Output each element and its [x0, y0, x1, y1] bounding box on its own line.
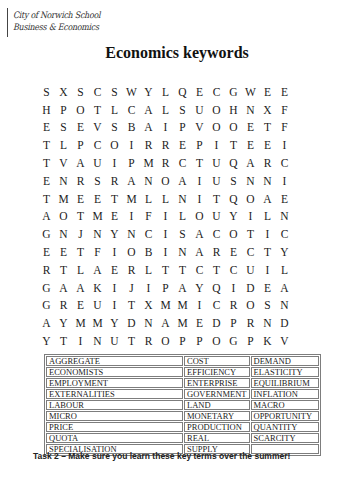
- grid-cell-r9c7: C: [140, 225, 157, 243]
- grid-cell-r8c11: U: [208, 208, 225, 226]
- grid-cell-r1c8: L: [157, 83, 174, 101]
- grid-cell-r7c10: I: [191, 190, 208, 208]
- words-table: AGGREGATECOSTDEMANDECONOMISTSEFFICIENCYE…: [44, 354, 321, 456]
- grid-cell-r15c8: O: [157, 332, 174, 350]
- grid-cell-r1c12: G: [225, 83, 242, 101]
- grid-cell-r10c3: T: [72, 243, 89, 261]
- grid-cell-r10c2: E: [55, 243, 72, 261]
- word-cell: LAND: [184, 400, 250, 410]
- grid-cell-r10c8: I: [157, 243, 174, 261]
- grid-cell-r5c7: M: [140, 154, 157, 172]
- grid-cell-r2c3: O: [72, 101, 89, 119]
- grid-cell-r1c7: Y: [140, 83, 157, 101]
- grid-cell-r9c3: J: [72, 225, 89, 243]
- grid-cell-r9c10: A: [191, 225, 208, 243]
- grid-cell-r4c15: I: [276, 136, 293, 154]
- grid-cell-r13c9: M: [174, 297, 191, 315]
- grid-cell-r13c13: O: [242, 297, 259, 315]
- grid-cell-r8c12: Y: [225, 208, 242, 226]
- grid-cell-r12c13: D: [242, 279, 259, 297]
- grid-cell-r10c5: I: [106, 243, 123, 261]
- grid-cell-r11c11: T: [208, 261, 225, 279]
- grid-cell-r13c5: I: [106, 297, 123, 315]
- grid-cell-r9c13: T: [242, 225, 259, 243]
- grid-cell-r5c13: A: [242, 154, 259, 172]
- grid-cell-r2c11: O: [208, 101, 225, 119]
- grid-cell-r14c7: N: [140, 314, 157, 332]
- word-cell: COST: [184, 356, 250, 366]
- grid-cell-r11c12: C: [225, 261, 242, 279]
- grid-cell-r6c10: I: [191, 172, 208, 190]
- grid-cell-r11c14: I: [259, 261, 276, 279]
- grid-cell-r12c14: E: [259, 279, 276, 297]
- grid-cell-r7c3: E: [72, 190, 89, 208]
- grid-cell-r1c2: X: [55, 83, 72, 101]
- grid-cell-r3c3: E: [72, 119, 89, 137]
- word-cell: LABOUR: [46, 400, 183, 410]
- grid-cell-r5c12: Q: [225, 154, 242, 172]
- grid-cell-r6c3: R: [72, 172, 89, 190]
- grid-cell-r15c13: P: [242, 332, 259, 350]
- grid-cell-r4c2: L: [55, 136, 72, 154]
- word-row: ECONOMISTSEFFICIENCYELASTICITY: [46, 367, 319, 377]
- word-cell: ECONOMISTS: [46, 367, 183, 377]
- grid-cell-r7c15: E: [276, 190, 293, 208]
- grid-cell-r12c2: A: [55, 279, 72, 297]
- grid-cell-r1c13: W: [242, 83, 259, 101]
- grid-cell-r15c14: K: [259, 332, 276, 350]
- grid-cell-r7c9: N: [174, 190, 191, 208]
- grid-cell-r6c13: N: [242, 172, 259, 190]
- grid-cell-r2c9: S: [174, 101, 191, 119]
- word-cell: PRICE: [46, 422, 183, 432]
- grid-cell-r8c10: O: [191, 208, 208, 226]
- grid-cell-r3c15: F: [276, 119, 293, 137]
- grid-cell-r7c5: T: [106, 190, 123, 208]
- grid-cell-r3c12: O: [225, 119, 242, 137]
- grid-cell-r4c3: P: [72, 136, 89, 154]
- grid-cell-r4c10: P: [191, 136, 208, 154]
- word-row: PRICEPRODUCTIONQUANTITY: [46, 422, 319, 432]
- grid-cell-r4c12: T: [225, 136, 242, 154]
- grid-cell-r15c4: N: [89, 332, 106, 350]
- grid-cell-r4c6: I: [123, 136, 140, 154]
- grid-cell-r13c3: E: [72, 297, 89, 315]
- grid-cell-r6c12: S: [225, 172, 242, 190]
- grid-cell-r11c6: R: [123, 261, 140, 279]
- grid-cell-r8c8: I: [157, 208, 174, 226]
- grid-cell-r5c10: T: [191, 154, 208, 172]
- grid-cell-r10c1: E: [38, 243, 55, 261]
- word-cell: OPPORTUNITY: [251, 411, 319, 421]
- word-cell: DEMAND: [251, 356, 319, 366]
- grid-cell-r9c15: C: [276, 225, 293, 243]
- word-row: QUOTAREALSCARCITY: [46, 433, 319, 443]
- word-cell: AGGREGATE: [46, 356, 183, 366]
- word-row: EMPLOYMENTENTERPRISEEQUILIBRIUM: [46, 378, 319, 388]
- word-cell: SCARCITY: [251, 433, 319, 443]
- grid-cell-r12c11: Q: [208, 279, 225, 297]
- logo-line-2: Business & Economics: [13, 21, 100, 33]
- grid-cell-r3c1: E: [38, 119, 55, 137]
- grid-cell-r14c9: M: [174, 314, 191, 332]
- grid-cell-r14c8: A: [157, 314, 174, 332]
- grid-cell-r5c1: T: [38, 154, 55, 172]
- grid-cell-r2c5: L: [106, 101, 123, 119]
- grid-cell-r14c4: M: [89, 314, 106, 332]
- grid-cell-r6c6: A: [123, 172, 140, 190]
- word-row: MICROMONETARYOPPORTUNITY: [46, 411, 319, 421]
- grid-cell-r6c5: R: [106, 172, 123, 190]
- grid-cell-r12c7: I: [140, 279, 157, 297]
- word-cell: GOVERNMENT: [184, 389, 250, 399]
- grid-cell-r13c15: N: [276, 297, 293, 315]
- word-row: EXTERNALITIESGOVERNMENTINFLATION: [46, 389, 319, 399]
- grid-cell-r3c2: S: [55, 119, 72, 137]
- word-cell: PRODUCTION: [184, 422, 250, 432]
- grid-cell-r8c14: L: [259, 208, 276, 226]
- grid-cell-r8c2: O: [55, 208, 72, 226]
- grid-cell-r10c4: F: [89, 243, 106, 261]
- grid-cell-r4c1: T: [38, 136, 55, 154]
- grid-cell-r7c12: Q: [225, 190, 242, 208]
- grid-cell-r15c3: I: [72, 332, 89, 350]
- grid-cell-r2c7: A: [140, 101, 157, 119]
- grid-cell-r14c14: N: [259, 314, 276, 332]
- grid-cell-r14c10: E: [191, 314, 208, 332]
- grid-cell-r5c14: R: [259, 154, 276, 172]
- grid-cell-r7c14: A: [259, 190, 276, 208]
- grid-cell-r9c4: N: [89, 225, 106, 243]
- grid-cell-r11c1: R: [38, 261, 55, 279]
- grid-cell-r10c6: O: [123, 243, 140, 261]
- grid-cell-r8c3: T: [72, 208, 89, 226]
- word-cell: ELASTICITY: [251, 367, 319, 377]
- logo-line-1: City of Norwich School: [13, 9, 100, 21]
- grid-cell-r7c7: L: [140, 190, 157, 208]
- grid-cell-r7c8: L: [157, 190, 174, 208]
- grid-cell-r5c5: I: [106, 154, 123, 172]
- grid-cell-r9c14: I: [259, 225, 276, 243]
- grid-cell-r11c13: U: [242, 261, 259, 279]
- grid-cell-r9c11: C: [208, 225, 225, 243]
- grid-cell-r15c9: P: [174, 332, 191, 350]
- grid-cell-r11c15: L: [276, 261, 293, 279]
- grid-cell-r13c14: S: [259, 297, 276, 315]
- grid-cell-r4c5: O: [106, 136, 123, 154]
- grid-cell-r15c7: R: [140, 332, 157, 350]
- grid-cell-r14c2: Y: [55, 314, 72, 332]
- grid-cell-r4c9: E: [174, 136, 191, 154]
- grid-cell-r9c1: G: [38, 225, 55, 243]
- grid-cell-r9c6: N: [123, 225, 140, 243]
- grid-cell-r8c5: E: [106, 208, 123, 226]
- grid-cell-r11c8: T: [157, 261, 174, 279]
- grid-cell-r4c7: R: [140, 136, 157, 154]
- word-cell: QUOTA: [46, 433, 183, 443]
- grid-cell-r13c11: C: [208, 297, 225, 315]
- grid-cell-r7c2: M: [55, 190, 72, 208]
- grid-cell-r9c5: Y: [106, 225, 123, 243]
- grid-cell-r6c7: N: [140, 172, 157, 190]
- grid-cell-r5c15: C: [276, 154, 293, 172]
- grid-cell-r15c15: V: [276, 332, 293, 350]
- grid-cell-r3c10: V: [191, 119, 208, 137]
- grid-cell-r1c3: S: [72, 83, 89, 101]
- grid-cell-r1c6: W: [123, 83, 140, 101]
- grid-cell-r2c6: C: [123, 101, 140, 119]
- grid-cell-r12c12: I: [225, 279, 242, 297]
- grid-cell-r8c7: F: [140, 208, 157, 226]
- grid-cell-r14c1: A: [38, 314, 55, 332]
- grid-cell-r3c7: A: [140, 119, 157, 137]
- grid-cell-r12c5: I: [106, 279, 123, 297]
- grid-cell-r12c3: A: [72, 279, 89, 297]
- grid-cell-r2c1: H: [38, 101, 55, 119]
- word-row: LABOURLANDMACRO: [46, 400, 319, 410]
- grid-cell-r5c3: A: [72, 154, 89, 172]
- grid-cell-r11c2: T: [55, 261, 72, 279]
- grid-cell-r14c15: D: [276, 314, 293, 332]
- word-cell: EXTERNALITIES: [46, 389, 183, 399]
- grid-cell-r14c3: M: [72, 314, 89, 332]
- grid-cell-r4c13: E: [242, 136, 259, 154]
- grid-cell-r10c7: B: [140, 243, 157, 261]
- grid-cell-r3c4: V: [89, 119, 106, 137]
- grid-cell-r13c4: U: [89, 297, 106, 315]
- grid-cell-r14c5: Y: [106, 314, 123, 332]
- grid-cell-r10c13: C: [242, 243, 259, 261]
- grid-cell-r11c3: L: [72, 261, 89, 279]
- grid-cell-r15c12: G: [225, 332, 242, 350]
- grid-cell-r9c2: N: [55, 225, 72, 243]
- grid-cell-r15c2: T: [55, 332, 72, 350]
- grid-cell-r13c6: T: [123, 297, 140, 315]
- word-cell: EQUILIBRIUM: [251, 378, 319, 388]
- grid-cell-r3c11: O: [208, 119, 225, 137]
- grid-cell-r11c7: L: [140, 261, 157, 279]
- grid-cell-r2c4: T: [89, 101, 106, 119]
- grid-cell-r13c1: G: [38, 297, 55, 315]
- grid-cell-r13c8: M: [157, 297, 174, 315]
- grid-cell-r11c4: A: [89, 261, 106, 279]
- grid-cell-r14c12: P: [225, 314, 242, 332]
- grid-cell-r10c14: T: [259, 243, 276, 261]
- grid-cell-r5c8: R: [157, 154, 174, 172]
- grid-cell-r6c1: E: [38, 172, 55, 190]
- grid-cell-r1c11: C: [208, 83, 225, 101]
- grid-cell-r2c8: L: [157, 101, 174, 119]
- grid-cell-r6c9: A: [174, 172, 191, 190]
- word-row: AGGREGATECOSTDEMAND: [46, 356, 319, 366]
- page-title: Economics keywords: [0, 44, 354, 62]
- grid-cell-r8c1: A: [38, 208, 55, 226]
- worksheet-page: City of Norwich School Business & Econom…: [0, 0, 354, 500]
- grid-cell-r12c8: P: [157, 279, 174, 297]
- grid-cell-r12c9: A: [174, 279, 191, 297]
- grid-cell-r11c5: E: [106, 261, 123, 279]
- grid-cell-r10c10: A: [191, 243, 208, 261]
- grid-cell-r3c5: S: [106, 119, 123, 137]
- grid-cell-r12c6: J: [123, 279, 140, 297]
- grid-cell-r13c12: R: [225, 297, 242, 315]
- grid-cell-r6c4: S: [89, 172, 106, 190]
- grid-cell-r1c10: E: [191, 83, 208, 101]
- grid-cell-r5c9: C: [174, 154, 191, 172]
- grid-cell-r5c11: U: [208, 154, 225, 172]
- grid-cell-r8c9: L: [174, 208, 191, 226]
- grid-cell-r2c12: H: [225, 101, 242, 119]
- word-cell: EMPLOYMENT: [46, 378, 183, 388]
- word-cell: MICRO: [46, 411, 183, 421]
- word-cell: EFFICIENCY: [184, 367, 250, 377]
- word-cell: REAL: [184, 433, 250, 443]
- grid-cell-r6c14: N: [259, 172, 276, 190]
- grid-cell-r2c13: N: [242, 101, 259, 119]
- grid-cell-r10c9: N: [174, 243, 191, 261]
- grid-cell-r6c11: U: [208, 172, 225, 190]
- grid-cell-r8c15: N: [276, 208, 293, 226]
- word-cell: MACRO: [251, 400, 319, 410]
- grid-cell-r7c11: T: [208, 190, 225, 208]
- school-logo: City of Norwich School Business & Econom…: [13, 9, 100, 34]
- grid-cell-r5c2: V: [55, 154, 72, 172]
- grid-cell-r10c12: E: [225, 243, 242, 261]
- grid-cell-r15c10: P: [191, 332, 208, 350]
- wordsearch-grid: SXSCSWYLQECGWEEHPOTLCALSUOHNXFESEVSBAIPV…: [38, 83, 293, 350]
- grid-cell-r4c4: C: [89, 136, 106, 154]
- words-table-body: AGGREGATECOSTDEMANDECONOMISTSEFFICIENCYE…: [46, 356, 319, 454]
- grid-cell-r4c11: I: [208, 136, 225, 154]
- grid-cell-r10c11: R: [208, 243, 225, 261]
- word-cell: QUANTITY: [251, 422, 319, 432]
- grid-cell-r15c5: U: [106, 332, 123, 350]
- grid-cell-r1c9: Q: [174, 83, 191, 101]
- grid-cell-r7c13: O: [242, 190, 259, 208]
- grid-cell-r4c8: R: [157, 136, 174, 154]
- grid-cell-r7c4: E: [89, 190, 106, 208]
- grid-cell-r12c4: K: [89, 279, 106, 297]
- grid-cell-r6c2: N: [55, 172, 72, 190]
- grid-cell-r4c14: E: [259, 136, 276, 154]
- grid-cell-r8c13: I: [242, 208, 259, 226]
- word-cell: INFLATION: [251, 389, 319, 399]
- grid-cell-r9c12: O: [225, 225, 242, 243]
- grid-cell-r8c6: I: [123, 208, 140, 226]
- grid-cell-r7c6: M: [123, 190, 140, 208]
- grid-cell-r13c10: I: [191, 297, 208, 315]
- grid-cell-r15c11: O: [208, 332, 225, 350]
- grid-cell-r12c15: A: [276, 279, 293, 297]
- grid-cell-r2c14: X: [259, 101, 276, 119]
- grid-cell-r3c13: E: [242, 119, 259, 137]
- grid-cell-r3c8: I: [157, 119, 174, 137]
- grid-cell-r2c2: P: [55, 101, 72, 119]
- logo-rule: [7, 8, 8, 37]
- grid-cell-r11c10: C: [191, 261, 208, 279]
- grid-cell-r6c8: O: [157, 172, 174, 190]
- grid-cell-r15c1: Y: [38, 332, 55, 350]
- grid-cell-r10c15: Y: [276, 243, 293, 261]
- grid-cell-r9c8: I: [157, 225, 174, 243]
- grid-cell-r2c15: F: [276, 101, 293, 119]
- grid-cell-r8c4: M: [89, 208, 106, 226]
- grid-cell-r12c1: G: [38, 279, 55, 297]
- grid-cell-r3c6: B: [123, 119, 140, 137]
- grid-cell-r1c4: C: [89, 83, 106, 101]
- grid-cell-r5c6: P: [123, 154, 140, 172]
- grid-cell-r12c10: Y: [191, 279, 208, 297]
- grid-cell-r3c9: P: [174, 119, 191, 137]
- grid-cell-r7c1: T: [38, 190, 55, 208]
- grid-cell-r6c15: I: [276, 172, 293, 190]
- grid-cell-r13c7: X: [140, 297, 157, 315]
- task-note: Task 2 – Make sure you learn these key t…: [33, 451, 290, 461]
- grid-cell-r1c1: S: [38, 83, 55, 101]
- word-cell: MONETARY: [184, 411, 250, 421]
- word-cell: ENTERPRISE: [184, 378, 250, 388]
- grid-cell-r5c4: U: [89, 154, 106, 172]
- grid-cell-r2c10: U: [191, 101, 208, 119]
- grid-cell-r14c6: D: [123, 314, 140, 332]
- grid-cell-r9c9: S: [174, 225, 191, 243]
- grid-cell-r14c11: D: [208, 314, 225, 332]
- grid-cell-r1c5: S: [106, 83, 123, 101]
- grid-cell-r11c9: T: [174, 261, 191, 279]
- grid-cell-r1c14: E: [259, 83, 276, 101]
- grid-cell-r1c15: E: [276, 83, 293, 101]
- grid-cell-r3c14: T: [259, 119, 276, 137]
- grid-cell-r15c6: T: [123, 332, 140, 350]
- grid-cell-r13c2: R: [55, 297, 72, 315]
- grid-cell-r14c13: R: [242, 314, 259, 332]
